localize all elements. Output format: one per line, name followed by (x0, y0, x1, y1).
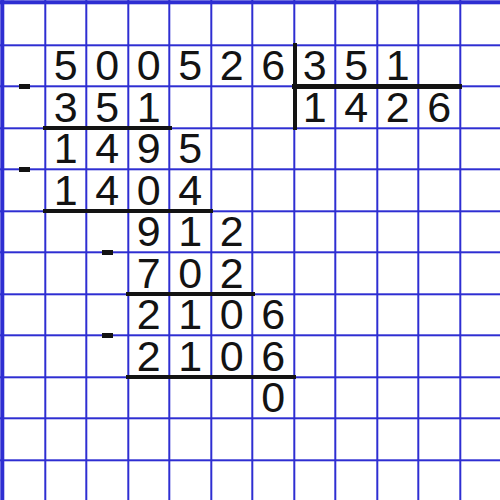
digit-cell-r8c3: 2 (128, 336, 170, 378)
digit-cell-r1c1: 5 (45, 45, 87, 87)
digit-cell-r2c7: 1 (294, 87, 336, 129)
digit-cell-r7c5: 0 (211, 294, 253, 336)
grid-cell (128, 4, 170, 46)
grid-cell (419, 211, 461, 253)
grid-cell (4, 460, 46, 500)
grid-cell (419, 45, 461, 87)
grid-cell (460, 128, 500, 170)
grid-cell (460, 170, 500, 212)
digit-cell-r8c4: 1 (170, 336, 212, 378)
grid-cell (336, 294, 378, 336)
digit-cell-r2c9: 2 (377, 87, 419, 129)
digit-cell-r1c5: 2 (211, 45, 253, 87)
grid-cell (336, 170, 378, 212)
grid-cell (294, 377, 336, 419)
grid-cell (460, 460, 500, 500)
digit-cell-r6c4: 0 (170, 253, 212, 295)
grid-cell (336, 253, 378, 295)
digit-cell-r5c4: 1 (170, 211, 212, 253)
grid-cell (253, 253, 295, 295)
grid-cell (419, 336, 461, 378)
grid-cell (4, 377, 46, 419)
grid-cell (460, 87, 500, 129)
grid-cell (253, 419, 295, 461)
grid-cell (87, 294, 129, 336)
grid-cell (170, 87, 212, 129)
digit-cell-r1c6: 6 (253, 45, 295, 87)
digit-cell-r1c7: 3 (294, 45, 336, 87)
grid-cell (294, 294, 336, 336)
digit-cell-r2c8: 4 (336, 87, 378, 129)
grid-cell (377, 460, 419, 500)
digit-cell-r2c3: 1 (128, 87, 170, 129)
digit-cell-r1c8: 5 (336, 45, 378, 87)
grid-cell (460, 211, 500, 253)
grid-cell (211, 4, 253, 46)
grid-cell (87, 211, 129, 253)
grid-cell (211, 419, 253, 461)
digit-cell-r4c3: 0 (128, 170, 170, 212)
digit-cell-r1c2: 0 (87, 45, 129, 87)
grid-cell (170, 419, 212, 461)
minus-sign (102, 250, 113, 255)
grid-cell (4, 419, 46, 461)
grid-cell (4, 253, 46, 295)
grid-cell (211, 377, 253, 419)
digit-cell-r8c6: 6 (253, 336, 295, 378)
digit-cell-r2c1: 3 (45, 87, 87, 129)
minus-sign (19, 84, 30, 89)
digit-cell-r3c3: 9 (128, 128, 170, 170)
grid-cell (4, 211, 46, 253)
grid-cell (419, 460, 461, 500)
grid-cell (87, 253, 129, 295)
horizontal-bar-subtraction-rule-4 (126, 375, 297, 380)
digit-cell-r3c2: 4 (87, 128, 129, 170)
grid-cell (170, 460, 212, 500)
grid-cell (253, 87, 295, 129)
grid-cell (419, 419, 461, 461)
grid-cell (45, 460, 87, 500)
digit-cell-r5c3: 9 (128, 211, 170, 253)
grid-cell (170, 377, 212, 419)
minus-sign (102, 333, 113, 338)
grid-cell (87, 377, 129, 419)
digit-cell-r4c4: 4 (170, 170, 212, 212)
grid-cell (377, 4, 419, 46)
digit-cell-r1c9: 1 (377, 45, 419, 87)
grid-cell (377, 377, 419, 419)
grid-cell (170, 4, 212, 46)
grid-cell (253, 128, 295, 170)
grid-cell (128, 419, 170, 461)
digit-cell-r2c2: 5 (87, 87, 129, 129)
grid-cell (45, 294, 87, 336)
grid-cell (419, 128, 461, 170)
grid-cell (4, 4, 46, 46)
grid-cell (4, 170, 46, 212)
grid-cell (294, 170, 336, 212)
digit-cell-r8c5: 0 (211, 336, 253, 378)
grid-cell (460, 294, 500, 336)
grid-cell (336, 4, 378, 46)
grid-cell (294, 336, 336, 378)
grid-cell (211, 460, 253, 500)
grid-cell (377, 253, 419, 295)
grid-cell (87, 460, 129, 500)
grid-cell (253, 211, 295, 253)
long-division-board: 500526351351142614951404912702210621060 (4, 4, 500, 500)
grid-cell (377, 336, 419, 378)
grid-cell (460, 377, 500, 419)
grid-cell (4, 128, 46, 170)
grid-cell (294, 128, 336, 170)
grid-cell (4, 87, 46, 129)
digit-cell-r9c6: 0 (253, 377, 295, 419)
grid-cell (45, 419, 87, 461)
grid-cell (336, 128, 378, 170)
grid-cell (377, 294, 419, 336)
digit-cell-r7c3: 2 (128, 294, 170, 336)
grid-cell (128, 377, 170, 419)
digit-cell-r1c3: 0 (128, 45, 170, 87)
grid-cell (419, 377, 461, 419)
grid-cell (460, 4, 500, 46)
grid-cell (211, 128, 253, 170)
horizontal-bar-subtraction-rule-3 (126, 292, 255, 297)
horizontal-bar-subtraction-rule-2 (43, 209, 214, 214)
grid-cell (460, 336, 500, 378)
grid-cell (253, 170, 295, 212)
grid-cell (377, 128, 419, 170)
grid-cell (253, 4, 295, 46)
digit-cell-r7c6: 6 (253, 294, 295, 336)
grid-cell (460, 45, 500, 87)
grid-cell (419, 4, 461, 46)
horizontal-bar-subtraction-rule-1 (43, 126, 172, 131)
grid-cell (336, 211, 378, 253)
digit-cell-r4c2: 4 (87, 170, 129, 212)
digit-cell-r7c4: 1 (170, 294, 212, 336)
minus-sign (19, 167, 30, 172)
grid-cell (460, 419, 500, 461)
grid-cell (45, 377, 87, 419)
grid-cell (87, 419, 129, 461)
grid-cell (45, 211, 87, 253)
grid-cell (377, 211, 419, 253)
grid-cell (336, 419, 378, 461)
grid-cell (419, 253, 461, 295)
digit-cell-r4c1: 1 (45, 170, 87, 212)
digit-cell-r6c3: 7 (128, 253, 170, 295)
grid-cell (377, 419, 419, 461)
grid-cell (336, 336, 378, 378)
digit-cell-r1c4: 5 (170, 45, 212, 87)
grid-cell (4, 294, 46, 336)
grid-cell (87, 4, 129, 46)
grid-cell (45, 4, 87, 46)
grid-cell (460, 253, 500, 295)
grid-cell (45, 253, 87, 295)
grid-cell (336, 377, 378, 419)
digit-cell-r5c5: 2 (211, 211, 253, 253)
digit-cell-r3c1: 1 (45, 128, 87, 170)
grid-cell (294, 4, 336, 46)
grid-cell (253, 460, 295, 500)
digit-cell-r2c10: 6 (419, 87, 461, 129)
grid-cell (294, 419, 336, 461)
grid-cell (294, 211, 336, 253)
horizontal-bar-quotient-rule (292, 84, 463, 89)
grid-cell (211, 87, 253, 129)
grid-cell (128, 460, 170, 500)
grid-cell (87, 336, 129, 378)
digit-cell-r3c4: 5 (170, 128, 212, 170)
grid-cell (336, 460, 378, 500)
graph-paper: 500526351351142614951404912702210621060 (0, 0, 500, 500)
grid-cell (419, 170, 461, 212)
grid-cell (377, 170, 419, 212)
grid-cell (45, 336, 87, 378)
grid-cell (419, 294, 461, 336)
grid-cell (294, 253, 336, 295)
grid-cell (211, 170, 253, 212)
grid-cell (4, 336, 46, 378)
grid-cell (294, 460, 336, 500)
digit-cell-r6c5: 2 (211, 253, 253, 295)
grid-cell (4, 45, 46, 87)
